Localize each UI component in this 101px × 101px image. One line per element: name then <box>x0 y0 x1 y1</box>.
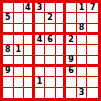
cell-r8c5[interactable] <box>45 77 56 87</box>
cell-r4c3[interactable] <box>24 35 35 45</box>
cell-r5c5[interactable] <box>45 45 56 55</box>
cell-r5c6[interactable] <box>56 45 67 55</box>
cell-r6c1[interactable] <box>3 56 14 67</box>
cell-r3c4[interactable] <box>35 24 46 35</box>
cell-r8c4[interactable]: 1 <box>35 77 46 87</box>
cell-r6c8[interactable] <box>77 56 88 67</box>
cell-r4c7[interactable]: 2 <box>66 35 77 45</box>
cell-r9c5[interactable] <box>45 88 56 98</box>
cell-r6c5[interactable] <box>45 56 56 67</box>
cell-r9c8[interactable]: 3 <box>77 88 88 98</box>
cell-r3c1[interactable] <box>3 24 14 35</box>
cell-r2c9[interactable] <box>87 13 98 23</box>
cell-r9c9[interactable] <box>87 88 98 98</box>
cell-r8c1[interactable] <box>3 77 14 87</box>
cell-r1c7[interactable] <box>66 3 77 13</box>
cell-r7c9[interactable] <box>87 67 98 77</box>
cell-r1c3[interactable]: 4 <box>24 3 35 13</box>
cell-r8c7[interactable] <box>66 77 77 87</box>
cell-r5c2[interactable]: 1 <box>14 45 25 55</box>
cell-r1c4[interactable]: 3 <box>35 3 46 13</box>
cell-r7c2[interactable] <box>14 67 25 77</box>
cell-r1c9[interactable]: 7 <box>87 3 98 13</box>
cell-r4c1[interactable] <box>3 35 14 45</box>
cell-r8c3[interactable] <box>24 77 35 87</box>
cell-r7c8[interactable] <box>77 67 88 77</box>
cell-r5c9[interactable] <box>87 45 98 55</box>
cell-r4c8[interactable] <box>77 35 88 45</box>
cell-r4c2[interactable] <box>14 35 25 45</box>
sudoku-board: 43175284628199613 <box>0 0 101 101</box>
cell-r6c6[interactable] <box>56 56 67 67</box>
cell-r3c2[interactable] <box>14 24 25 35</box>
cell-r2c6[interactable] <box>56 13 67 23</box>
cell-r4c5[interactable]: 6 <box>45 35 56 45</box>
cell-r9c7[interactable] <box>66 88 77 98</box>
cell-r7c6[interactable] <box>56 67 67 77</box>
cell-r2c5[interactable]: 2 <box>45 13 56 23</box>
cell-r2c7[interactable] <box>66 13 77 23</box>
cell-r2c4[interactable] <box>35 13 46 23</box>
cell-r1c1[interactable] <box>3 3 14 13</box>
cell-r8c2[interactable] <box>14 77 25 87</box>
cell-r8c9[interactable] <box>87 77 98 87</box>
cell-r6c7[interactable]: 9 <box>66 56 77 67</box>
cell-r4c9[interactable] <box>87 35 98 45</box>
cell-r7c1[interactable]: 9 <box>3 67 14 77</box>
cell-r7c5[interactable] <box>45 67 56 77</box>
cell-r6c9[interactable] <box>87 56 98 67</box>
cell-r9c1[interactable] <box>3 88 14 98</box>
cell-r6c2[interactable] <box>14 56 25 67</box>
cell-r3c8[interactable]: 8 <box>77 24 88 35</box>
cell-r1c6[interactable] <box>56 3 67 13</box>
cell-r3c5[interactable] <box>45 24 56 35</box>
cell-r5c4[interactable] <box>35 45 46 55</box>
cell-r9c6[interactable] <box>56 88 67 98</box>
cell-r3c7[interactable] <box>66 24 77 35</box>
cell-r2c1[interactable]: 5 <box>3 13 14 23</box>
cell-r9c4[interactable] <box>35 88 46 98</box>
cell-r2c2[interactable] <box>14 13 25 23</box>
cell-r4c4[interactable]: 4 <box>35 35 46 45</box>
cell-r3c9[interactable] <box>87 24 98 35</box>
cell-r7c4[interactable] <box>35 67 46 77</box>
cell-r3c3[interactable] <box>24 24 35 35</box>
cell-r8c6[interactable] <box>56 77 67 87</box>
cell-r9c3[interactable] <box>24 88 35 98</box>
cell-r8c8[interactable] <box>77 77 88 87</box>
cell-r9c2[interactable] <box>14 88 25 98</box>
cell-r5c8[interactable] <box>77 45 88 55</box>
cell-r1c2[interactable] <box>14 3 25 13</box>
cell-r1c5[interactable] <box>45 3 56 13</box>
cell-r5c1[interactable]: 8 <box>3 45 14 55</box>
cell-r6c3[interactable] <box>24 56 35 67</box>
cell-r7c3[interactable] <box>24 67 35 77</box>
cell-r1c8[interactable]: 1 <box>77 3 88 13</box>
cell-r7c7[interactable]: 6 <box>66 67 77 77</box>
cell-r5c3[interactable] <box>24 45 35 55</box>
cell-r3c6[interactable] <box>56 24 67 35</box>
cell-r4c6[interactable] <box>56 35 67 45</box>
cell-r6c4[interactable] <box>35 56 46 67</box>
cell-r2c3[interactable] <box>24 13 35 23</box>
